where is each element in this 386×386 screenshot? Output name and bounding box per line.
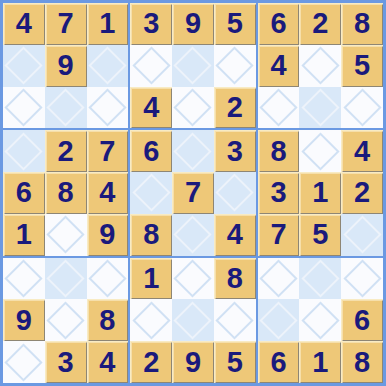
diamond-icon bbox=[259, 88, 297, 126]
diamond-icon bbox=[301, 132, 339, 170]
cell-r8c5[interactable] bbox=[172, 299, 214, 341]
cell-r2c4[interactable] bbox=[130, 45, 172, 87]
diamond-icon bbox=[301, 301, 339, 339]
box-2-3: 8431275 bbox=[258, 130, 383, 255]
cell-r2c7: 4 bbox=[258, 45, 300, 87]
cell-r9c9: 8 bbox=[341, 341, 383, 383]
cell-r1c7: 6 bbox=[258, 3, 300, 45]
cell-r5c8: 1 bbox=[299, 172, 341, 214]
cell-r9c6: 5 bbox=[214, 341, 256, 383]
box-3-2: 18295 bbox=[130, 258, 255, 383]
cell-r8c6[interactable] bbox=[214, 299, 256, 341]
cell-r7c6: 8 bbox=[214, 258, 256, 300]
cell-r3c6: 2 bbox=[214, 87, 256, 129]
cell-r4c7: 8 bbox=[258, 130, 300, 172]
sudoku-board: 4719395426284527684196378484312759834182… bbox=[0, 0, 386, 386]
diamond-icon bbox=[216, 301, 254, 339]
cell-r4c2: 2 bbox=[45, 130, 87, 172]
cell-r6c7: 7 bbox=[258, 214, 300, 256]
cell-r4c5[interactable] bbox=[172, 130, 214, 172]
diamond-icon bbox=[47, 88, 85, 126]
cell-r3c7[interactable] bbox=[258, 87, 300, 129]
cell-r8c4[interactable] bbox=[130, 299, 172, 341]
cell-r5c9: 2 bbox=[341, 172, 383, 214]
cell-r7c1[interactable] bbox=[3, 258, 45, 300]
diamond-icon bbox=[132, 301, 170, 339]
diamond-icon bbox=[174, 132, 212, 170]
cell-r9c7: 6 bbox=[258, 341, 300, 383]
diamond-icon bbox=[47, 301, 85, 339]
cell-r4c8[interactable] bbox=[299, 130, 341, 172]
cell-r7c3[interactable] bbox=[87, 258, 129, 300]
cell-r1c2: 7 bbox=[45, 3, 87, 45]
cell-r5c1: 6 bbox=[3, 172, 45, 214]
cell-r4c1[interactable] bbox=[3, 130, 45, 172]
diamond-icon bbox=[301, 259, 339, 297]
cell-r8c8[interactable] bbox=[299, 299, 341, 341]
cell-r7c7[interactable] bbox=[258, 258, 300, 300]
box-1-3: 62845 bbox=[258, 3, 383, 128]
cell-r3c3[interactable] bbox=[87, 87, 129, 129]
cell-r3c2[interactable] bbox=[45, 87, 87, 129]
diamond-icon bbox=[301, 47, 339, 85]
diamond-icon bbox=[343, 88, 381, 126]
diamond-icon bbox=[216, 47, 254, 85]
diamond-icon bbox=[174, 301, 212, 339]
cell-r1c4: 3 bbox=[130, 3, 172, 45]
cell-r5c2: 8 bbox=[45, 172, 87, 214]
cell-r3c9[interactable] bbox=[341, 87, 383, 129]
diamond-icon bbox=[88, 88, 126, 126]
cell-r1c5: 9 bbox=[172, 3, 214, 45]
cell-r2c9: 5 bbox=[341, 45, 383, 87]
diamond-icon bbox=[5, 343, 43, 381]
cell-r2c3[interactable] bbox=[87, 45, 129, 87]
cell-r6c5[interactable] bbox=[172, 214, 214, 256]
cell-r6c9[interactable] bbox=[341, 214, 383, 256]
cell-r8c7[interactable] bbox=[258, 299, 300, 341]
cell-r6c3: 9 bbox=[87, 214, 129, 256]
cell-r8c1: 9 bbox=[3, 299, 45, 341]
cell-r6c2[interactable] bbox=[45, 214, 87, 256]
cell-r3c8[interactable] bbox=[299, 87, 341, 129]
cell-r9c5: 9 bbox=[172, 341, 214, 383]
diamond-icon bbox=[174, 47, 212, 85]
cell-r5c4[interactable] bbox=[130, 172, 172, 214]
cell-r1c8: 2 bbox=[299, 3, 341, 45]
cell-r8c2[interactable] bbox=[45, 299, 87, 341]
box-3-1: 9834 bbox=[3, 258, 128, 383]
cell-r1c3: 1 bbox=[87, 3, 129, 45]
box-1-1: 4719 bbox=[3, 3, 128, 128]
diamond-icon bbox=[88, 47, 126, 85]
cell-r7c9[interactable] bbox=[341, 258, 383, 300]
cell-r2c1[interactable] bbox=[3, 45, 45, 87]
cell-r5c3: 4 bbox=[87, 172, 129, 214]
cell-r6c8: 5 bbox=[299, 214, 341, 256]
box-2-2: 63784 bbox=[130, 130, 255, 255]
cell-r4c4: 6 bbox=[130, 130, 172, 172]
cell-r2c8[interactable] bbox=[299, 45, 341, 87]
diamond-icon bbox=[47, 259, 85, 297]
diamond-icon bbox=[132, 47, 170, 85]
cell-r9c8: 1 bbox=[299, 341, 341, 383]
cell-r4c3: 7 bbox=[87, 130, 129, 172]
box-2-1: 2768419 bbox=[3, 130, 128, 255]
cell-r2c5[interactable] bbox=[172, 45, 214, 87]
diamond-icon bbox=[259, 259, 297, 297]
diamond-icon bbox=[343, 259, 381, 297]
cell-r1c6: 5 bbox=[214, 3, 256, 45]
cell-r1c1: 4 bbox=[3, 3, 45, 45]
diamond-icon bbox=[174, 259, 212, 297]
cell-r7c8[interactable] bbox=[299, 258, 341, 300]
cell-r4c9: 4 bbox=[341, 130, 383, 172]
cell-r9c1[interactable] bbox=[3, 341, 45, 383]
cell-r1c9: 8 bbox=[341, 3, 383, 45]
diamond-icon bbox=[88, 259, 126, 297]
cell-r6c6: 4 bbox=[214, 214, 256, 256]
cell-r2c2: 9 bbox=[45, 45, 87, 87]
diamond-icon bbox=[216, 174, 254, 212]
cell-r7c2[interactable] bbox=[45, 258, 87, 300]
diamond-icon bbox=[5, 47, 43, 85]
cell-r9c2: 3 bbox=[45, 341, 87, 383]
diamond-icon bbox=[5, 132, 43, 170]
cell-r9c3: 4 bbox=[87, 341, 129, 383]
diamond-icon bbox=[259, 301, 297, 339]
cell-r8c3: 8 bbox=[87, 299, 129, 341]
diamond-icon bbox=[5, 88, 43, 126]
cell-r3c4: 4 bbox=[130, 87, 172, 129]
cell-r3c5[interactable] bbox=[172, 87, 214, 129]
diamond-icon bbox=[5, 259, 43, 297]
cell-r4c6: 3 bbox=[214, 130, 256, 172]
cell-r8c9: 6 bbox=[341, 299, 383, 341]
cell-r7c5[interactable] bbox=[172, 258, 214, 300]
diamond-icon bbox=[132, 174, 170, 212]
cell-r5c5: 7 bbox=[172, 172, 214, 214]
cell-r6c1: 1 bbox=[3, 214, 45, 256]
box-3-3: 6618 bbox=[258, 258, 383, 383]
diamond-icon bbox=[301, 88, 339, 126]
box-1-2: 39542 bbox=[130, 3, 255, 128]
cell-r7c4: 1 bbox=[130, 258, 172, 300]
diamond-icon bbox=[174, 88, 212, 126]
cell-r2c6[interactable] bbox=[214, 45, 256, 87]
cell-r3c1[interactable] bbox=[3, 87, 45, 129]
cell-r6c4: 8 bbox=[130, 214, 172, 256]
diamond-icon bbox=[47, 216, 85, 254]
cell-r9c4: 2 bbox=[130, 341, 172, 383]
cell-r5c7: 3 bbox=[258, 172, 300, 214]
diamond-icon bbox=[174, 216, 212, 254]
cell-r5c6[interactable] bbox=[214, 172, 256, 214]
diamond-icon bbox=[343, 216, 381, 254]
